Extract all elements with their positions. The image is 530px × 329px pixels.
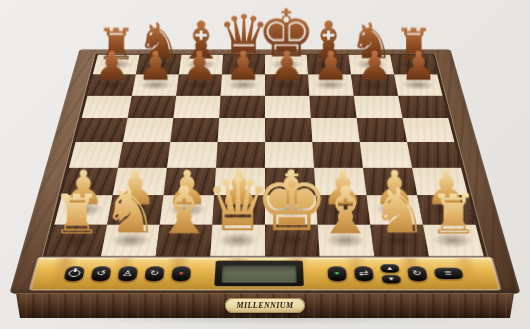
board-front-edge: MILLENNIUM <box>16 293 514 318</box>
swap-button[interactable]: ⇄ <box>354 266 374 281</box>
pieces-button[interactable]: ♙ <box>117 266 138 281</box>
up-down-button-pair: ▲▼ <box>380 264 401 283</box>
white-pawn-icon: ♙ <box>122 269 135 277</box>
up-button[interactable]: ▲ <box>380 264 400 272</box>
square-b6[interactable] <box>128 96 177 118</box>
red-dot-icon: ● <box>178 270 184 276</box>
square-f6[interactable] <box>309 96 356 118</box>
power-button[interactable] <box>63 266 85 281</box>
chess-computer: ♜♞♝♛♚♝♞♜♟♟♟♟♟♟♟♟♟♟♟♟♟♟♟♟♜♞♝♛♚♝♞♜ ↺♙↻● ●⇄… <box>9 49 520 294</box>
takeback-button[interactable]: ↺ <box>90 266 111 281</box>
square-h5[interactable] <box>402 118 454 142</box>
square-d5[interactable] <box>218 118 265 142</box>
record-button[interactable]: ● <box>171 266 191 281</box>
square-f5[interactable] <box>311 118 360 142</box>
square-e6[interactable] <box>265 96 311 118</box>
green-dot-icon: ● <box>334 270 340 276</box>
right-button-cluster: ●⇄▲▼↻≡ <box>327 264 465 283</box>
menu-icon: ≡ <box>444 270 452 277</box>
lcd-display <box>214 261 304 287</box>
brand-plaque: MILLENNIUM <box>225 298 305 313</box>
piece-glyph: ♟ <box>360 47 477 87</box>
square-d6[interactable] <box>219 96 265 118</box>
cycle-arrow-icon: ↻ <box>412 270 423 277</box>
square-c6[interactable] <box>173 96 220 118</box>
swap-arrows-icon: ⇄ <box>358 270 369 277</box>
square-g5[interactable] <box>357 118 407 142</box>
settings-button[interactable]: ↻ <box>407 266 428 281</box>
chessboard: ♜♞♝♛♚♝♞♜♟♟♟♟♟♟♟♟♟♟♟♟♟♟♟♟♜♞♝♛♚♝♞♜ <box>46 55 483 257</box>
down-arrow-icon: ▼ <box>387 276 396 281</box>
square-e5[interactable] <box>265 118 312 142</box>
lcd-screen <box>222 264 297 283</box>
square-c5[interactable] <box>170 118 219 142</box>
square-a5[interactable] <box>76 118 128 142</box>
rotate-button[interactable]: ↻ <box>144 266 164 281</box>
square-b5[interactable] <box>123 118 173 142</box>
menu-button[interactable]: ≡ <box>434 268 464 279</box>
board-walnut-frame: ♜♞♝♛♚♝♞♜♟♟♟♟♟♟♟♟♟♟♟♟♟♟♟♟♜♞♝♛♚♝♞♜ ↺♙↻● ●⇄… <box>9 49 520 294</box>
up-arrow-icon: ▲ <box>385 265 394 270</box>
confirm-button[interactable]: ● <box>327 266 347 281</box>
brand-plaque-label: MILLENNIUM <box>237 301 294 309</box>
piece-glyph: ♜ <box>382 188 526 243</box>
down-button[interactable]: ▼ <box>381 274 401 283</box>
rotate-arrow-icon: ↻ <box>149 270 160 277</box>
square-a6[interactable] <box>82 96 132 118</box>
power-icon <box>68 270 81 277</box>
square-h6[interactable] <box>398 96 448 118</box>
square-h1[interactable]: ♜ <box>423 225 484 257</box>
square-h7[interactable]: ♟ <box>394 75 442 96</box>
left-button-cluster: ↺♙↻● <box>63 266 191 281</box>
undo-arrow-icon: ↺ <box>96 270 107 277</box>
control-panel: ↺♙↻● ●⇄▲▼↻≡ <box>31 258 500 289</box>
square-g6[interactable] <box>354 96 403 118</box>
studio-scene: ♜♞♝♛♚♝♞♜♟♟♟♟♟♟♟♟♟♟♟♟♟♟♟♟♜♞♝♛♚♝♞♜ ↺♙↻● ●⇄… <box>0 0 530 329</box>
